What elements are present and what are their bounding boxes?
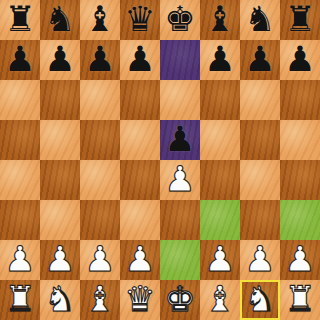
square-e7[interactable] — [160, 40, 200, 80]
black-pawn[interactable]: ♟ — [284, 40, 315, 79]
square-d4[interactable] — [120, 160, 160, 200]
square-d5[interactable] — [120, 120, 160, 160]
square-e6[interactable] — [160, 80, 200, 120]
square-g7[interactable]: ♟ — [240, 40, 280, 80]
square-a2[interactable]: ♟ — [0, 240, 40, 280]
square-c3[interactable] — [80, 200, 120, 240]
square-b1[interactable]: ♞ — [40, 280, 80, 320]
square-b7[interactable]: ♟ — [40, 40, 80, 80]
square-f2[interactable]: ♟ — [200, 240, 240, 280]
black-pawn[interactable]: ♟ — [244, 40, 275, 79]
chess-board: ♜♞♝♛♚♝♞♜♟♟♟♟♟♟♟♟♟♟♟♟♟♟♟♟♜♞♝♛♚♝♞♜ — [0, 0, 320, 320]
square-c7[interactable]: ♟ — [80, 40, 120, 80]
square-b6[interactable] — [40, 80, 80, 120]
black-knight[interactable]: ♞ — [44, 0, 75, 39]
square-e2[interactable] — [160, 240, 200, 280]
square-d6[interactable] — [120, 80, 160, 120]
square-g8[interactable]: ♞ — [240, 0, 280, 40]
white-pawn[interactable]: ♟ — [204, 240, 235, 279]
white-king[interactable]: ♚ — [164, 280, 195, 319]
square-d1[interactable]: ♛ — [120, 280, 160, 320]
square-b4[interactable] — [40, 160, 80, 200]
square-h1[interactable]: ♜ — [280, 280, 320, 320]
square-h6[interactable] — [280, 80, 320, 120]
white-pawn[interactable]: ♟ — [84, 240, 115, 279]
square-d2[interactable]: ♟ — [120, 240, 160, 280]
square-b8[interactable]: ♞ — [40, 0, 80, 40]
square-f3[interactable] — [200, 200, 240, 240]
black-pawn[interactable]: ♟ — [4, 40, 35, 79]
square-b2[interactable]: ♟ — [40, 240, 80, 280]
square-c8[interactable]: ♝ — [80, 0, 120, 40]
square-f7[interactable]: ♟ — [200, 40, 240, 80]
square-g4[interactable] — [240, 160, 280, 200]
white-pawn[interactable]: ♟ — [284, 240, 315, 279]
square-a1[interactable]: ♜ — [0, 280, 40, 320]
square-g6[interactable] — [240, 80, 280, 120]
black-rook[interactable]: ♜ — [284, 0, 315, 39]
black-rook[interactable]: ♜ — [4, 0, 35, 39]
square-h5[interactable] — [280, 120, 320, 160]
black-bishop[interactable]: ♝ — [84, 0, 115, 39]
white-rook[interactable]: ♜ — [4, 280, 35, 319]
square-c1[interactable]: ♝ — [80, 280, 120, 320]
black-pawn[interactable]: ♟ — [44, 40, 75, 79]
square-h3[interactable] — [280, 200, 320, 240]
square-h8[interactable]: ♜ — [280, 0, 320, 40]
square-d3[interactable] — [120, 200, 160, 240]
square-a8[interactable]: ♜ — [0, 0, 40, 40]
square-f4[interactable] — [200, 160, 240, 200]
square-h7[interactable]: ♟ — [280, 40, 320, 80]
square-f1[interactable]: ♝ — [200, 280, 240, 320]
square-h4[interactable] — [280, 160, 320, 200]
black-king[interactable]: ♚ — [164, 0, 195, 39]
white-pawn[interactable]: ♟ — [124, 240, 155, 279]
black-queen[interactable]: ♛ — [124, 0, 155, 39]
square-c4[interactable] — [80, 160, 120, 200]
square-c6[interactable] — [80, 80, 120, 120]
black-pawn[interactable]: ♟ — [124, 40, 155, 79]
square-c5[interactable] — [80, 120, 120, 160]
square-b3[interactable] — [40, 200, 80, 240]
square-h2[interactable]: ♟ — [280, 240, 320, 280]
square-e4[interactable]: ♟ — [160, 160, 200, 200]
square-g2[interactable]: ♟ — [240, 240, 280, 280]
square-f8[interactable]: ♝ — [200, 0, 240, 40]
white-knight[interactable]: ♞ — [44, 280, 75, 319]
square-a3[interactable] — [0, 200, 40, 240]
white-pawn[interactable]: ♟ — [44, 240, 75, 279]
square-e8[interactable]: ♚ — [160, 0, 200, 40]
square-a7[interactable]: ♟ — [0, 40, 40, 80]
square-g5[interactable] — [240, 120, 280, 160]
white-pawn[interactable]: ♟ — [4, 240, 35, 279]
square-a5[interactable] — [0, 120, 40, 160]
black-pawn[interactable]: ♟ — [84, 40, 115, 79]
square-f6[interactable] — [200, 80, 240, 120]
black-pawn[interactable]: ♟ — [164, 120, 195, 159]
square-d7[interactable]: ♟ — [120, 40, 160, 80]
square-b5[interactable] — [40, 120, 80, 160]
square-c2[interactable]: ♟ — [80, 240, 120, 280]
square-a4[interactable] — [0, 160, 40, 200]
square-e3[interactable] — [160, 200, 200, 240]
square-e5[interactable]: ♟ — [160, 120, 200, 160]
white-queen[interactable]: ♛ — [124, 280, 155, 319]
white-rook[interactable]: ♜ — [284, 280, 315, 319]
black-pawn[interactable]: ♟ — [204, 40, 235, 79]
white-knight[interactable]: ♞ — [244, 280, 275, 319]
square-e1[interactable]: ♚ — [160, 280, 200, 320]
square-g3[interactable] — [240, 200, 280, 240]
square-a6[interactable] — [0, 80, 40, 120]
white-pawn[interactable]: ♟ — [164, 160, 195, 199]
black-knight[interactable]: ♞ — [244, 0, 275, 39]
square-f5[interactable] — [200, 120, 240, 160]
square-g1[interactable]: ♞ — [240, 280, 280, 320]
white-bishop[interactable]: ♝ — [204, 280, 235, 319]
white-pawn[interactable]: ♟ — [244, 240, 275, 279]
white-bishop[interactable]: ♝ — [84, 280, 115, 319]
square-d8[interactable]: ♛ — [120, 0, 160, 40]
black-bishop[interactable]: ♝ — [204, 0, 235, 39]
